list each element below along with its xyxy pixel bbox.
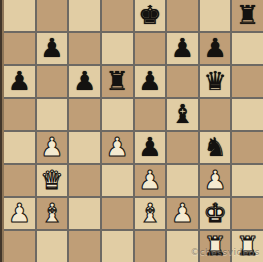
square-e3[interactable]: ♟	[135, 165, 166, 196]
piece-white-pawn[interactable]: ♟	[171, 200, 194, 226]
square-e4[interactable]: ♟	[135, 132, 166, 163]
square-h3[interactable]	[232, 165, 263, 196]
square-a4[interactable]	[4, 132, 35, 163]
square-d5[interactable]	[102, 99, 133, 130]
square-d7[interactable]	[102, 33, 133, 64]
square-h2[interactable]	[232, 198, 263, 229]
square-g3[interactable]: ♟	[200, 165, 231, 196]
piece-black-pawn[interactable]: ♟	[8, 68, 31, 94]
square-g2[interactable]: ♚	[200, 198, 231, 229]
square-b6[interactable]	[37, 66, 68, 97]
square-f8[interactable]	[167, 0, 198, 31]
square-g5[interactable]	[200, 99, 231, 130]
square-f5[interactable]: ♝	[167, 99, 198, 130]
piece-white-pawn[interactable]: ♟	[40, 134, 63, 160]
square-c8[interactable]	[69, 0, 100, 31]
square-h1[interactable]: ♜	[232, 231, 263, 262]
piece-black-rook[interactable]: ♜	[106, 68, 129, 94]
square-c1[interactable]	[69, 231, 100, 262]
square-f6[interactable]	[167, 66, 198, 97]
square-c2[interactable]	[69, 198, 100, 229]
square-e1[interactable]	[135, 231, 166, 262]
square-e5[interactable]	[135, 99, 166, 130]
square-g8[interactable]	[200, 0, 231, 31]
piece-black-knight[interactable]: ♞	[203, 134, 226, 160]
piece-white-rook[interactable]: ♜	[236, 233, 259, 259]
square-g7[interactable]: ♟	[200, 33, 231, 64]
square-c4[interactable]	[69, 132, 100, 163]
piece-white-bishop[interactable]: ♝	[138, 200, 161, 226]
piece-white-bishop[interactable]: ♝	[40, 200, 63, 226]
square-g1[interactable]: ♜	[200, 231, 231, 262]
square-e6[interactable]: ♟	[135, 66, 166, 97]
square-h5[interactable]	[232, 99, 263, 130]
piece-white-pawn[interactable]: ♟	[8, 200, 31, 226]
square-f7[interactable]: ♟	[167, 33, 198, 64]
square-e2[interactable]: ♝	[135, 198, 166, 229]
square-b2[interactable]: ♝	[37, 198, 68, 229]
square-h4[interactable]	[232, 132, 263, 163]
square-d1[interactable]	[102, 231, 133, 262]
square-b5[interactable]	[37, 99, 68, 130]
square-h6[interactable]	[232, 66, 263, 97]
square-b7[interactable]: ♟	[37, 33, 68, 64]
chess-board: ♚♜♟♟♟♟♟♜♟♛♝♟♟♟♞♛♟♟♟♝♝♟♚♜♜	[4, 0, 263, 262]
piece-black-pawn[interactable]: ♟	[73, 68, 96, 94]
square-h7[interactable]	[232, 33, 263, 64]
piece-black-rook[interactable]: ♜	[236, 2, 259, 28]
square-d6[interactable]: ♜	[102, 66, 133, 97]
square-f4[interactable]	[167, 132, 198, 163]
square-f2[interactable]: ♟	[167, 198, 198, 229]
square-d2[interactable]	[102, 198, 133, 229]
square-a2[interactable]: ♟	[4, 198, 35, 229]
square-c6[interactable]: ♟	[69, 66, 100, 97]
piece-white-king[interactable]: ♚	[203, 200, 226, 226]
square-c3[interactable]	[69, 165, 100, 196]
piece-white-pawn[interactable]: ♟	[203, 167, 226, 193]
piece-white-pawn[interactable]: ♟	[106, 134, 129, 160]
square-d4[interactable]: ♟	[102, 132, 133, 163]
square-a8[interactable]	[4, 0, 35, 31]
square-b1[interactable]	[37, 231, 68, 262]
square-g4[interactable]: ♞	[200, 132, 231, 163]
square-f3[interactable]	[167, 165, 198, 196]
piece-black-pawn[interactable]: ♟	[138, 134, 161, 160]
piece-black-pawn[interactable]: ♟	[138, 68, 161, 94]
piece-white-queen[interactable]: ♛	[40, 167, 63, 193]
piece-black-king[interactable]: ♚	[138, 2, 161, 28]
square-b3[interactable]: ♛	[37, 165, 68, 196]
square-c5[interactable]	[69, 99, 100, 130]
square-d8[interactable]	[102, 0, 133, 31]
piece-white-pawn[interactable]: ♟	[138, 167, 161, 193]
square-h8[interactable]: ♜	[232, 0, 263, 31]
square-d3[interactable]	[102, 165, 133, 196]
piece-black-pawn[interactable]: ♟	[40, 35, 63, 61]
square-c7[interactable]	[69, 33, 100, 64]
piece-black-pawn[interactable]: ♟	[171, 35, 194, 61]
square-a6[interactable]: ♟	[4, 66, 35, 97]
square-a7[interactable]	[4, 33, 35, 64]
square-g6[interactable]: ♛	[200, 66, 231, 97]
piece-black-bishop[interactable]: ♝	[171, 101, 194, 127]
piece-white-rook[interactable]: ♜	[203, 233, 226, 259]
chess-board-diagram: ♚♜♟♟♟♟♟♜♟♛♝♟♟♟♞♛♟♟♟♝♝♟♚♜♜ ©chessvideos	[0, 0, 263, 262]
square-b4[interactable]: ♟	[37, 132, 68, 163]
square-e8[interactable]: ♚	[135, 0, 166, 31]
square-a3[interactable]	[4, 165, 35, 196]
piece-black-queen[interactable]: ♛	[203, 68, 226, 94]
square-e7[interactable]	[135, 33, 166, 64]
square-a1[interactable]	[4, 231, 35, 262]
square-a5[interactable]	[4, 99, 35, 130]
square-b8[interactable]	[37, 0, 68, 31]
piece-black-pawn[interactable]: ♟	[203, 35, 226, 61]
square-f1[interactable]	[167, 231, 198, 262]
